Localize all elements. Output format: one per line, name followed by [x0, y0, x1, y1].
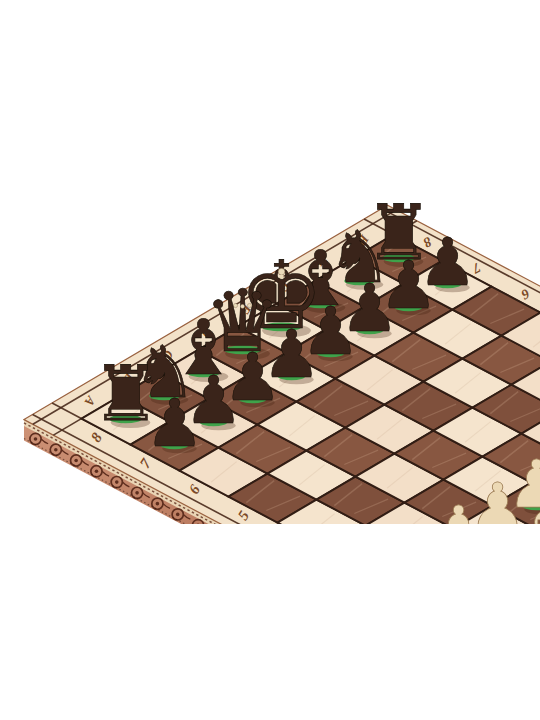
piece-black-pawn-a7: ♟ — [145, 385, 204, 462]
queen-crown-ball — [247, 303, 251, 307]
piece-glyph: ♟ — [145, 385, 204, 462]
product-photo: 8877665544332211ABCDEFGH♜♞♟♝♟♚♟♛♟♝♟♞♟♟♜♟… — [0, 0, 540, 720]
queen-crown-ball — [240, 304, 244, 308]
chessboard-photo: 8877665544332211ABCDEFGH♜♞♟♝♟♚♟♛♟♝♟♞♟♟♜♟… — [0, 0, 540, 720]
